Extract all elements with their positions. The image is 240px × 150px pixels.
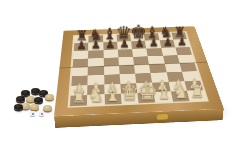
die-pip: [32, 113, 34, 115]
piece-black-knight: ♞: [89, 28, 102, 43]
checker-black: [14, 104, 23, 110]
piece-black-rook: ♜: [75, 29, 88, 43]
chess-board: ♜♞♝♛♚♝♞♜♟♟♟♟♟♟♟♟♟♟♟♟♟♟♟♟♜♞♝♛♚♝♞♜: [54, 26, 224, 116]
piece-white-pawn: ♟: [90, 81, 102, 94]
square-e1: ♚: [137, 92, 155, 103]
checker-black: [16, 96, 25, 102]
piece-black-bishop: ♝: [103, 26, 117, 42]
playing-field: ♜♞♝♛♚♝♞♜♟♟♟♟♟♟♟♟♟♟♟♟♟♟♟♟♜♞♝♛♚♝♞♜: [70, 32, 206, 106]
square-b1: ♞: [87, 94, 104, 105]
piece-black-queen: ♛: [116, 24, 132, 42]
board-front-edge: [54, 109, 224, 128]
square-h1: ♜: [187, 90, 207, 101]
square-a2: ♟: [71, 85, 88, 96]
square-h7: ♟: [173, 39, 189, 47]
brass-latch: [157, 114, 169, 120]
square-d1: ♛: [121, 93, 139, 104]
checker-black: [34, 97, 43, 103]
square-d7: ♟: [117, 41, 132, 49]
square-c4: [103, 66, 119, 75]
checker-tan: [30, 104, 39, 110]
die: [30, 111, 35, 116]
piece-black-rook: ♜: [174, 26, 186, 40]
die-pip: [41, 113, 43, 115]
piece-black-king: ♚: [130, 23, 147, 41]
square-b6: [88, 50, 103, 58]
square-c2: ♟: [104, 84, 121, 95]
checker-tan: [45, 94, 54, 100]
square-c1: ♝: [104, 93, 121, 104]
board-inlay-frame: ♜♞♝♛♚♝♞♜♟♟♟♟♟♟♟♟♟♟♟♟♟♟♟♟♜♞♝♛♚♝♞♜: [68, 31, 209, 107]
checker-tan: [43, 105, 52, 111]
scene: ♜♞♝♛♚♝♞♜♟♟♟♟♟♟♟♟♟♟♟♟♟♟♟♟♜♞♝♛♚♝♞♜: [0, 0, 240, 150]
die: [39, 111, 44, 116]
square-a1: ♜: [70, 95, 88, 106]
square-d3: [119, 74, 136, 84]
product-photo: ♜♞♝♛♚♝♞♜♟♟♟♟♟♟♟♟♟♟♟♟♟♟♟♟♜♞♝♛♚♝♞♜: [0, 0, 240, 150]
